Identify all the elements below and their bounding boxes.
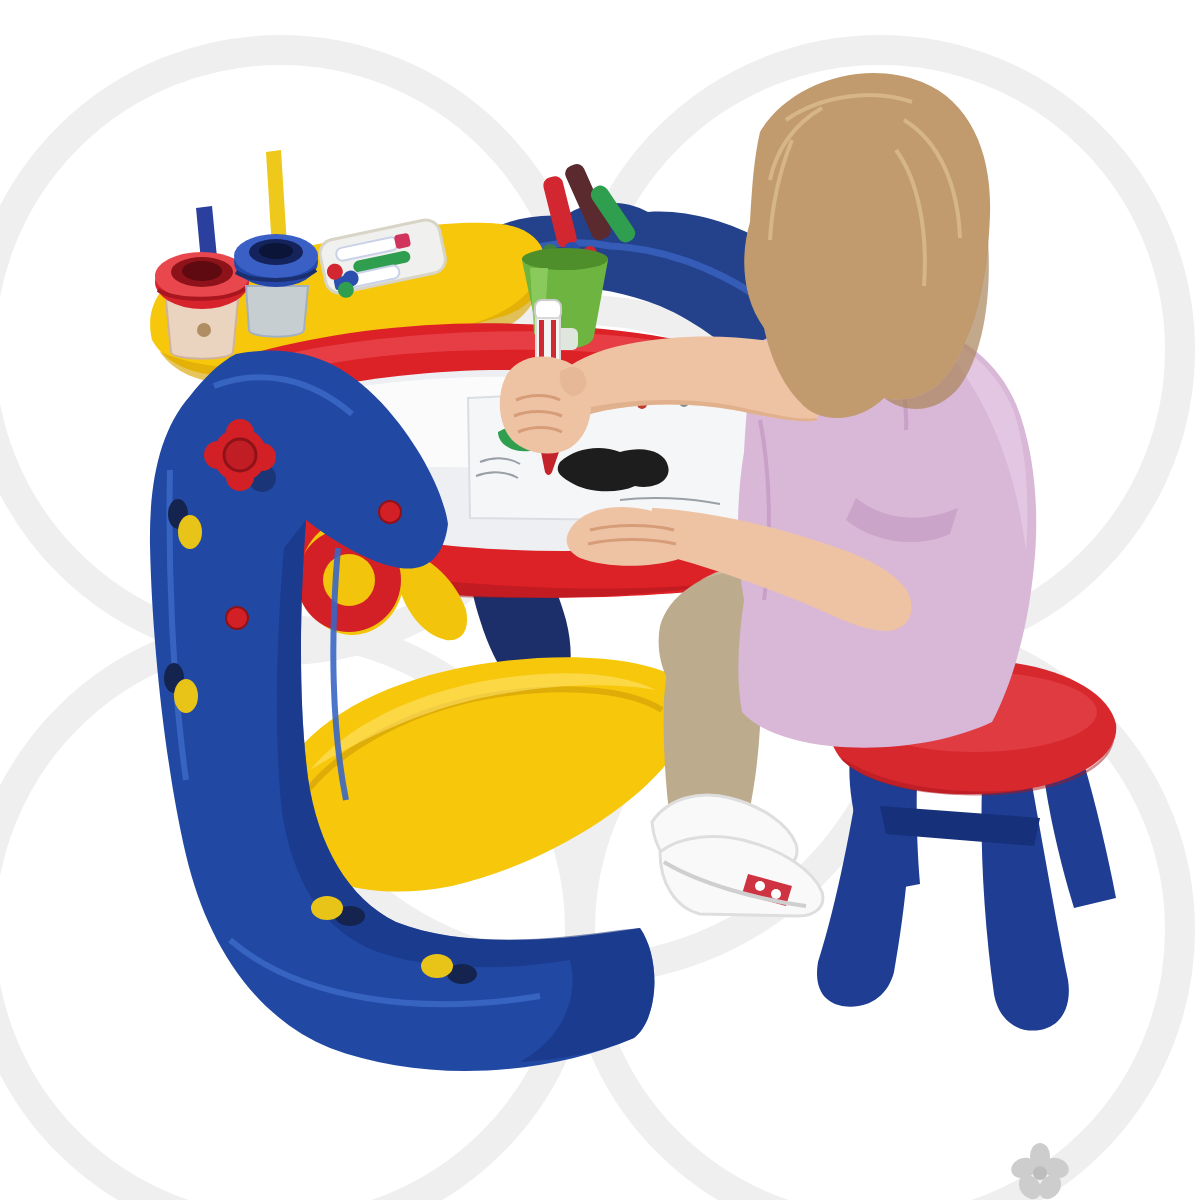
product-photo: Child drawing at a fold-out plastic art … [0, 0, 1200, 1200]
girl-hair [744, 73, 990, 418]
paint-jar-blue [246, 286, 308, 337]
frame-rivet [379, 501, 401, 523]
frame-rivet [226, 607, 248, 629]
girl-resting-hand [567, 507, 694, 566]
